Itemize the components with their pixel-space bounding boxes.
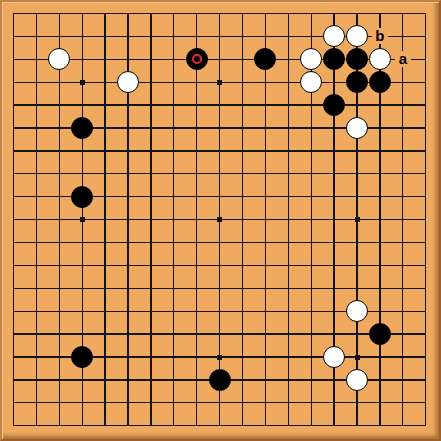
star-point — [217, 80, 222, 85]
last-move-marker-circle — [192, 54, 202, 64]
black-stone — [346, 48, 368, 70]
black-stone — [323, 48, 345, 70]
black-stone — [323, 94, 345, 116]
star-point — [80, 80, 85, 85]
white-stone — [300, 48, 322, 70]
black-stone — [346, 71, 368, 93]
white-stone — [346, 25, 368, 47]
grid-line-horizontal — [13, 265, 427, 266]
star-point — [217, 217, 222, 222]
white-stone — [48, 48, 70, 70]
grid-line-horizontal — [13, 242, 427, 243]
black-stone — [186, 48, 208, 70]
star-point — [80, 217, 85, 222]
white-stone — [117, 71, 139, 93]
white-stone — [346, 369, 368, 391]
grid-line-horizontal — [13, 333, 427, 334]
grid-line-horizontal — [13, 402, 427, 403]
grid-line-vertical — [242, 13, 243, 427]
black-stone — [209, 369, 231, 391]
black-stone — [71, 117, 93, 139]
grid-line-horizontal — [13, 425, 427, 426]
white-stone — [323, 25, 345, 47]
white-stone — [323, 346, 345, 368]
black-stone — [71, 186, 93, 208]
black-stone — [254, 48, 276, 70]
black-stone — [71, 346, 93, 368]
white-stone — [346, 300, 368, 322]
point-label-b: b — [372, 28, 388, 44]
black-stone — [369, 71, 391, 93]
point-label-a: a — [395, 51, 411, 67]
grid-line-vertical — [425, 13, 426, 427]
go-board: ab — [0, 0, 441, 441]
white-stone — [300, 71, 322, 93]
star-point — [355, 355, 360, 360]
grid-line-vertical — [265, 13, 266, 427]
white-stone — [346, 117, 368, 139]
grid-line-vertical — [402, 13, 403, 427]
black-stone — [369, 323, 391, 345]
grid-line-horizontal — [13, 288, 427, 289]
star-point — [217, 355, 222, 360]
star-point — [355, 217, 360, 222]
white-stone — [369, 48, 391, 70]
grid-line-vertical — [288, 13, 289, 427]
